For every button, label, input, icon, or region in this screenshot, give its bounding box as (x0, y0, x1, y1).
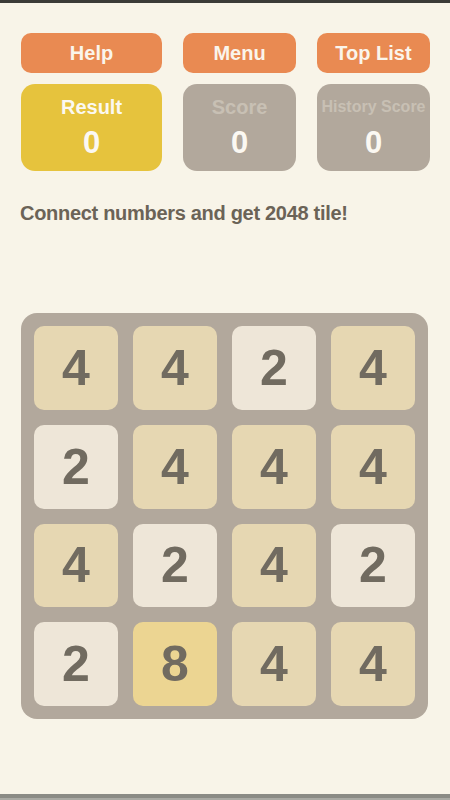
score-value: 0 (231, 126, 248, 160)
tile-r3c2: 4 (232, 622, 316, 706)
tile-r3c0: 2 (34, 622, 118, 706)
tile-r3c3: 4 (331, 622, 415, 706)
tile-r1c2: 4 (232, 425, 316, 509)
history-score-box: History Score 0 (317, 84, 430, 171)
menu-button[interactable]: Menu (183, 33, 296, 73)
history-score-value: 0 (365, 126, 382, 160)
help-button[interactable]: Help (21, 33, 162, 73)
result-value: 0 (83, 126, 100, 160)
tile-r0c1: 4 (133, 326, 217, 410)
tile-r1c1: 4 (133, 425, 217, 509)
tile-r0c2: 2 (232, 326, 316, 410)
tile-r0c0: 4 (34, 326, 118, 410)
result-box: Result 0 (21, 84, 162, 171)
tile-r2c3: 2 (331, 524, 415, 608)
bottom-nav-strip (0, 794, 450, 800)
tile-r0c3: 4 (331, 326, 415, 410)
history-score-label: History Score (321, 96, 425, 118)
instruction-text: Connect numbers and get 2048 tile! (20, 202, 348, 225)
top-list-button[interactable]: Top List (317, 33, 430, 73)
tile-r3c1: 8 (133, 622, 217, 706)
score-box: Score 0 (183, 84, 296, 171)
game-board[interactable]: 4 4 2 4 2 4 4 4 4 2 4 2 2 8 4 4 (21, 313, 428, 719)
nav-button-row: Help Menu Top List (21, 33, 430, 73)
tile-r2c0: 4 (34, 524, 118, 608)
app-screen: Help Menu Top List Result 0 Score 0 Hist… (0, 0, 450, 800)
tile-r2c2: 4 (232, 524, 316, 608)
result-label: Result (61, 96, 122, 118)
score-row: Result 0 Score 0 History Score 0 (21, 84, 430, 171)
status-bar-strip (0, 0, 450, 3)
score-label: Score (212, 96, 268, 118)
tile-r2c1: 2 (133, 524, 217, 608)
tile-r1c0: 2 (34, 425, 118, 509)
tile-r1c3: 4 (331, 425, 415, 509)
